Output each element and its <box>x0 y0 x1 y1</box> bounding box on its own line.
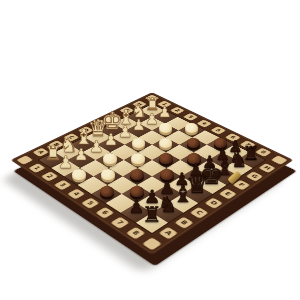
light-draughts-disc-e3[interactable] <box>132 138 145 148</box>
dark-draughts-disc-a5[interactable] <box>100 186 114 197</box>
light-draughts-disc-f4[interactable] <box>159 138 172 148</box>
chess-set-photo: 1122334455667788HHGGFFEEDDCCBBAA ♜♟♞♟♝♟♚… <box>0 0 300 300</box>
light-draughts-disc-c3[interactable] <box>103 153 117 164</box>
dark-draughts-disc-e5[interactable] <box>159 153 173 164</box>
light-draughts-disc-b4[interactable] <box>101 169 115 180</box>
light-draughts-disc-d4[interactable] <box>131 153 145 164</box>
light-draughts-disc-a3[interactable] <box>72 169 86 180</box>
black-rook-a8[interactable]: ♜ <box>137 204 167 226</box>
dark-draughts-disc-g5[interactable] <box>187 138 200 148</box>
